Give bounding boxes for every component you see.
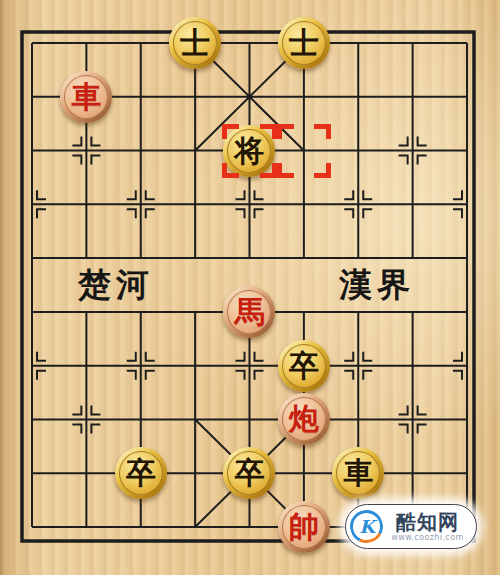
black-chariot[interactable]: 車 xyxy=(332,447,384,499)
black-soldier[interactable]: 卒 xyxy=(115,447,167,499)
watermark-site-name: 酷知网 xyxy=(396,512,459,533)
river-label-han: 漢界 xyxy=(339,268,415,301)
highlight-move-to xyxy=(222,124,276,178)
watermark-url: www.coozhi.com xyxy=(391,534,463,542)
red-general[interactable]: 帥 xyxy=(278,501,330,553)
black-advisor[interactable]: 士 xyxy=(278,17,330,69)
red-cannon[interactable]: 炮 xyxy=(278,393,330,445)
watermark: K 酷知网 www.coozhi.com xyxy=(345,504,477,549)
xiangqi-app: 楚河 漢界 士士車将馬卒炮卒卒車帥 K 酷知网 www.coozhi.com xyxy=(0,0,500,575)
river-label-chu: 楚河 xyxy=(78,268,154,301)
black-advisor[interactable]: 士 xyxy=(169,17,221,69)
watermark-text: 酷知网 www.coozhi.com xyxy=(383,512,472,542)
red-horse[interactable]: 馬 xyxy=(223,286,275,338)
black-soldier[interactable]: 卒 xyxy=(278,340,330,392)
highlight-move-from xyxy=(277,124,331,178)
black-soldier[interactable]: 卒 xyxy=(223,447,275,499)
red-chariot[interactable]: 車 xyxy=(60,71,112,123)
coozhi-logo-icon: K xyxy=(346,506,388,548)
